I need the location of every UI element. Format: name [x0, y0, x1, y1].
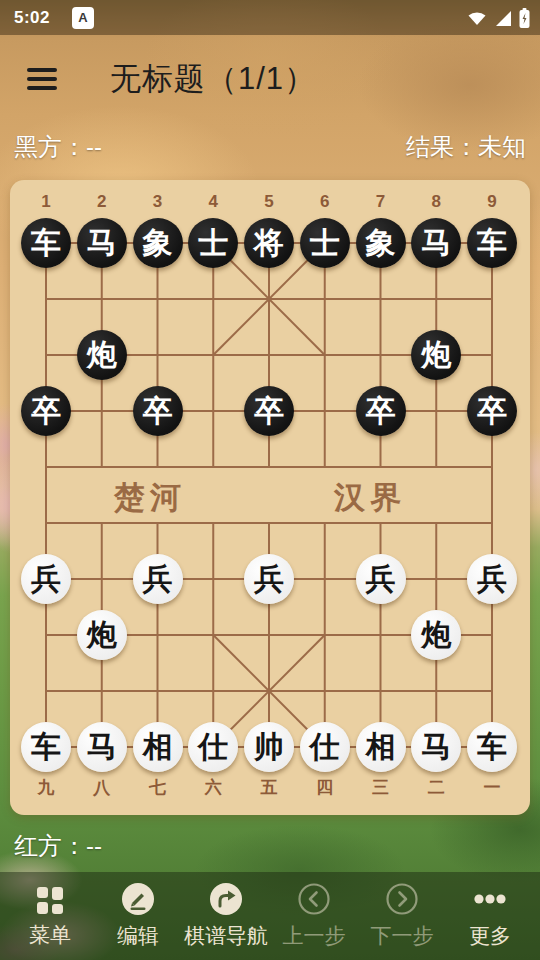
app-bar: 无标题（1/1） — [0, 48, 540, 110]
chevron-left-circle-icon — [297, 882, 331, 916]
file-label-top: 3 — [138, 192, 178, 212]
piece-red-soldier[interactable]: 兵 — [21, 554, 71, 604]
piece-black-soldier[interactable]: 卒 — [467, 386, 517, 436]
board-grid-lines — [46, 243, 492, 747]
file-label-bottom: 八 — [82, 776, 122, 799]
piece-red-rook[interactable]: 车 — [467, 722, 517, 772]
piece-black-soldier[interactable]: 卒 — [244, 386, 294, 436]
piece-black-elephant[interactable]: 象 — [133, 218, 183, 268]
file-label-top: 1 — [26, 192, 66, 212]
file-label-top: 9 — [472, 192, 512, 212]
piece-black-advisor[interactable]: 士 — [188, 218, 238, 268]
file-label-bottom: 三 — [361, 776, 401, 799]
info-bar: 黑方：-- 结果：未知 — [14, 131, 526, 163]
file-label-top: 7 — [361, 192, 401, 212]
piece-black-soldier[interactable]: 卒 — [356, 386, 406, 436]
piece-red-horse[interactable]: 马 — [77, 722, 127, 772]
piece-black-advisor[interactable]: 士 — [300, 218, 350, 268]
file-label-top: 6 — [305, 192, 345, 212]
more-dots-icon — [472, 882, 508, 916]
piece-red-soldier[interactable]: 兵 — [133, 554, 183, 604]
piece-red-general[interactable]: 帅 — [244, 722, 294, 772]
piece-red-soldier[interactable]: 兵 — [356, 554, 406, 604]
menu-button[interactable]: 菜单 — [6, 872, 94, 960]
piece-black-soldier[interactable]: 卒 — [133, 386, 183, 436]
next-move-button[interactable]: 下一步 — [358, 872, 446, 960]
red-player-label: 红方：-- — [14, 830, 102, 862]
xiangqi-board[interactable]: 楚河 汉界 123456789 九八七六五四三二一 车马象士将士象马车炮炮卒卒卒… — [10, 180, 530, 815]
file-label-bottom: 九 — [26, 776, 66, 799]
piece-black-general[interactable]: 将 — [244, 218, 294, 268]
piece-black-soldier[interactable]: 卒 — [21, 386, 71, 436]
river-label-right: 汉界 — [334, 477, 406, 519]
piece-red-elephant[interactable]: 相 — [133, 722, 183, 772]
menu-label: 菜单 — [29, 921, 71, 949]
file-label-top: 8 — [416, 192, 456, 212]
file-label-bottom: 一 — [472, 776, 512, 799]
piece-red-advisor[interactable]: 仕 — [300, 722, 350, 772]
piece-red-soldier[interactable]: 兵 — [244, 554, 294, 604]
piece-red-advisor[interactable]: 仕 — [188, 722, 238, 772]
file-label-top: 4 — [193, 192, 233, 212]
ime-indicator-icon: A — [72, 7, 94, 29]
redo-arrow-icon — [209, 882, 243, 916]
piece-black-rook[interactable]: 车 — [21, 218, 71, 268]
clock: 5:02 — [14, 8, 50, 28]
river-label-left: 楚河 — [114, 477, 186, 519]
piece-red-rook[interactable]: 车 — [21, 722, 71, 772]
piece-red-horse[interactable]: 马 — [411, 722, 461, 772]
file-label-bottom: 七 — [138, 776, 178, 799]
piece-black-elephant[interactable]: 象 — [356, 218, 406, 268]
file-label-top: 2 — [82, 192, 122, 212]
next-move-label: 下一步 — [371, 922, 434, 950]
piece-red-soldier[interactable]: 兵 — [467, 554, 517, 604]
result-label: 结果：未知 — [406, 131, 526, 163]
edit-pencil-icon — [121, 882, 155, 916]
piece-black-cannon[interactable]: 炮 — [411, 330, 461, 380]
more-label: 更多 — [469, 922, 511, 950]
piece-red-cannon[interactable]: 炮 — [411, 610, 461, 660]
file-label-top: 5 — [249, 192, 289, 212]
piece-black-rook[interactable]: 车 — [467, 218, 517, 268]
edit-label: 编辑 — [117, 922, 159, 950]
status-bar: 5:02 A — [0, 0, 540, 35]
file-label-bottom: 四 — [305, 776, 345, 799]
piece-black-horse[interactable]: 马 — [411, 218, 461, 268]
wifi-icon — [467, 9, 487, 27]
piece-black-cannon[interactable]: 炮 — [77, 330, 127, 380]
chevron-right-circle-icon — [385, 882, 419, 916]
hamburger-menu-icon[interactable] — [27, 68, 57, 90]
app-screen: 5:02 A 无标题（1/1） 黑方：-- 结果：未知 楚河 汉界 1 — [0, 0, 540, 960]
piece-red-cannon[interactable]: 炮 — [77, 610, 127, 660]
file-label-bottom: 二 — [416, 776, 456, 799]
piece-red-elephant[interactable]: 相 — [356, 722, 406, 772]
battery-charging-icon — [519, 8, 530, 28]
black-player-label: 黑方：-- — [14, 131, 102, 163]
page-title: 无标题（1/1） — [110, 58, 316, 100]
game-record-nav-label: 棋谱导航 — [184, 922, 268, 950]
edit-button[interactable]: 编辑 — [94, 872, 182, 960]
bottom-toolbar: 菜单 编辑 棋谱导航 上一步 — [0, 872, 540, 960]
menu-grid-icon — [34, 883, 66, 915]
file-label-bottom: 六 — [193, 776, 233, 799]
game-record-nav-button[interactable]: 棋谱导航 — [182, 872, 270, 960]
cellular-signal-icon — [494, 9, 512, 27]
previous-move-label: 上一步 — [283, 922, 346, 950]
previous-move-button[interactable]: 上一步 — [270, 872, 358, 960]
file-label-bottom: 五 — [249, 776, 289, 799]
more-button[interactable]: 更多 — [446, 872, 534, 960]
piece-black-horse[interactable]: 马 — [77, 218, 127, 268]
